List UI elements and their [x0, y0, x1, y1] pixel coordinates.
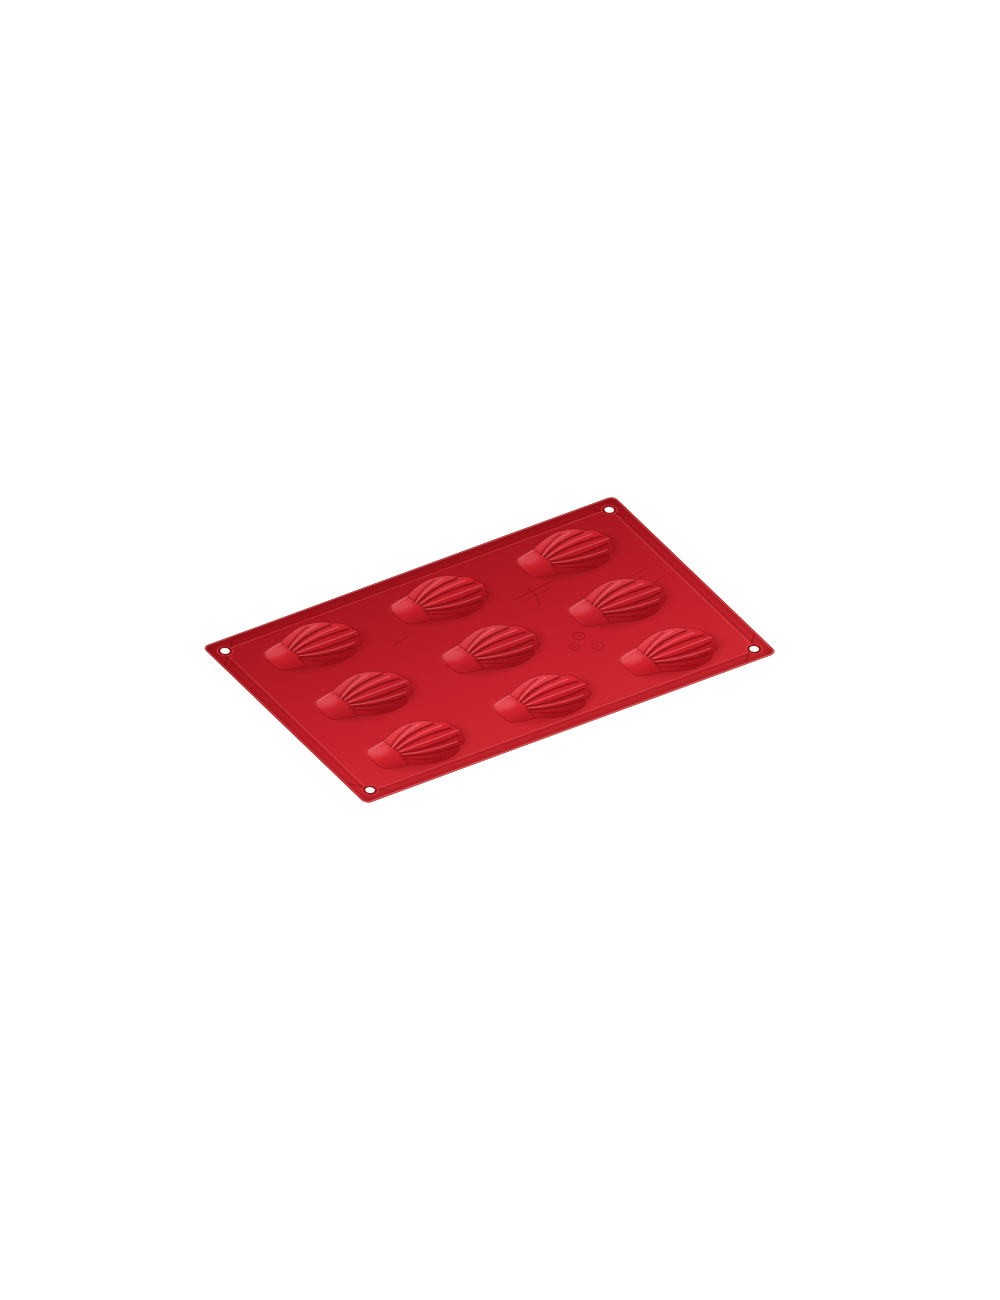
photo-canvas	[0, 0, 1000, 1300]
madeleine-mould	[202, 496, 777, 804]
